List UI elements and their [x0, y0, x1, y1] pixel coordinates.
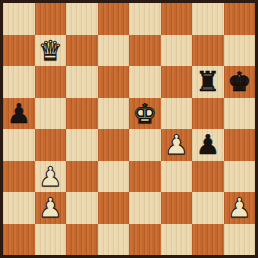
- square-b1[interactable]: [35, 224, 67, 256]
- square-g5[interactable]: [192, 98, 224, 130]
- square-f1[interactable]: [161, 224, 193, 256]
- square-d7[interactable]: [98, 35, 130, 67]
- square-g6[interactable]: ♜: [192, 66, 224, 98]
- square-h4[interactable]: [224, 129, 256, 161]
- square-a2[interactable]: [3, 192, 35, 224]
- square-h6[interactable]: ♚: [224, 66, 256, 98]
- square-c4[interactable]: [66, 129, 98, 161]
- white-pawn[interactable]: ♟: [38, 194, 62, 221]
- square-a3[interactable]: [3, 161, 35, 193]
- square-e2[interactable]: [129, 192, 161, 224]
- square-g3[interactable]: [192, 161, 224, 193]
- square-h5[interactable]: [224, 98, 256, 130]
- square-g7[interactable]: [192, 35, 224, 67]
- square-b4[interactable]: [35, 129, 67, 161]
- black-pawn[interactable]: ♟: [196, 131, 220, 158]
- white-pawn[interactable]: ♟: [38, 163, 62, 190]
- square-b2[interactable]: ♟: [35, 192, 67, 224]
- square-f8[interactable]: [161, 3, 193, 35]
- square-d6[interactable]: [98, 66, 130, 98]
- square-d1[interactable]: [98, 224, 130, 256]
- square-g8[interactable]: [192, 3, 224, 35]
- square-f2[interactable]: [161, 192, 193, 224]
- square-b8[interactable]: [35, 3, 67, 35]
- square-c6[interactable]: [66, 66, 98, 98]
- square-c1[interactable]: [66, 224, 98, 256]
- square-e3[interactable]: [129, 161, 161, 193]
- chess-board: ♛♜♚♟♚♟♟♟♟♟: [3, 3, 255, 255]
- square-a5[interactable]: ♟: [3, 98, 35, 130]
- white-pawn[interactable]: ♟: [164, 131, 188, 158]
- black-pawn[interactable]: ♟: [7, 100, 31, 127]
- square-a7[interactable]: [3, 35, 35, 67]
- square-c5[interactable]: [66, 98, 98, 130]
- square-d4[interactable]: [98, 129, 130, 161]
- square-e8[interactable]: [129, 3, 161, 35]
- square-f4[interactable]: ♟: [161, 129, 193, 161]
- chess-board-frame: ♛♜♚♟♚♟♟♟♟♟: [0, 0, 258, 258]
- square-d3[interactable]: [98, 161, 130, 193]
- square-c2[interactable]: [66, 192, 98, 224]
- square-a1[interactable]: [3, 224, 35, 256]
- square-f7[interactable]: [161, 35, 193, 67]
- black-rook[interactable]: ♜: [196, 68, 220, 95]
- square-h7[interactable]: [224, 35, 256, 67]
- white-king[interactable]: ♚: [133, 100, 157, 127]
- white-pawn[interactable]: ♟: [227, 194, 251, 221]
- square-c3[interactable]: [66, 161, 98, 193]
- white-queen[interactable]: ♛: [38, 37, 62, 64]
- square-a4[interactable]: [3, 129, 35, 161]
- square-a8[interactable]: [3, 3, 35, 35]
- square-d5[interactable]: [98, 98, 130, 130]
- square-f5[interactable]: [161, 98, 193, 130]
- square-b6[interactable]: [35, 66, 67, 98]
- square-b7[interactable]: ♛: [35, 35, 67, 67]
- square-h3[interactable]: [224, 161, 256, 193]
- square-e1[interactable]: [129, 224, 161, 256]
- square-h1[interactable]: [224, 224, 256, 256]
- square-h2[interactable]: ♟: [224, 192, 256, 224]
- square-f6[interactable]: [161, 66, 193, 98]
- square-e6[interactable]: [129, 66, 161, 98]
- square-f3[interactable]: [161, 161, 193, 193]
- square-c7[interactable]: [66, 35, 98, 67]
- square-e7[interactable]: [129, 35, 161, 67]
- square-h8[interactable]: [224, 3, 256, 35]
- square-c8[interactable]: [66, 3, 98, 35]
- black-king[interactable]: ♚: [227, 68, 251, 95]
- square-a6[interactable]: [3, 66, 35, 98]
- square-d8[interactable]: [98, 3, 130, 35]
- square-b3[interactable]: ♟: [35, 161, 67, 193]
- square-g4[interactable]: ♟: [192, 129, 224, 161]
- square-b5[interactable]: [35, 98, 67, 130]
- square-g1[interactable]: [192, 224, 224, 256]
- square-d2[interactable]: [98, 192, 130, 224]
- square-e4[interactable]: [129, 129, 161, 161]
- square-g2[interactable]: [192, 192, 224, 224]
- square-e5[interactable]: ♚: [129, 98, 161, 130]
